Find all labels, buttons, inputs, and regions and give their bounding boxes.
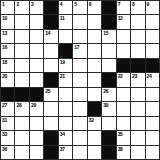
cell-r10c9[interactable]: 35 (117, 131, 130, 144)
cell-r8c5[interactable] (59, 102, 72, 115)
cell-r3c8[interactable]: 15 (102, 30, 115, 43)
cell-r11c10[interactable] (131, 146, 144, 159)
clue-number-8: 8 (132, 1, 134, 7)
cell-r9c11[interactable] (146, 117, 159, 130)
cell-r5c8[interactable] (102, 59, 115, 72)
cell-r5c6[interactable] (73, 59, 86, 72)
clue-number-18: 18 (2, 59, 7, 65)
clue-number-5: 5 (74, 1, 76, 7)
cell-r4c7[interactable] (88, 44, 101, 57)
black-cell-r10c8 (102, 131, 115, 144)
crossword-board: 1234567891011121314151617181920212223242… (0, 0, 160, 160)
cell-r3c4[interactable]: 14 (44, 30, 57, 43)
clue-number-27: 27 (2, 102, 7, 108)
clue-number-24: 24 (147, 73, 152, 79)
clue-number-17: 17 (74, 44, 79, 50)
cell-r2c1[interactable]: 10 (1, 15, 14, 28)
cell-r5c5[interactable]: 19 (59, 59, 72, 72)
clue-number-7: 7 (118, 1, 120, 7)
cell-r2c2[interactable] (15, 15, 28, 28)
cell-r8c9[interactable] (117, 102, 130, 115)
clue-number-2: 2 (16, 1, 18, 7)
cell-r10c1[interactable]: 33 (1, 131, 14, 144)
clue-number-4: 4 (60, 1, 62, 7)
clue-number-28: 28 (16, 102, 21, 108)
cell-r8c3[interactable]: 29 (30, 102, 43, 115)
cell-r5c1[interactable]: 18 (1, 59, 14, 72)
clue-number-13: 13 (2, 30, 7, 36)
cell-r11c7[interactable] (88, 146, 101, 159)
clue-number-21: 21 (60, 73, 65, 79)
cell-r6c1[interactable]: 20 (1, 73, 14, 86)
black-cell-r11c8 (102, 146, 115, 159)
black-cell-r11c4 (44, 146, 57, 159)
black-cell-r1c8 (102, 1, 115, 14)
cell-r7c8[interactable]: 26 (102, 88, 115, 101)
cell-r1c1[interactable]: 1 (1, 1, 14, 14)
clue-number-11: 11 (60, 15, 65, 21)
cell-r3c2[interactable] (15, 30, 28, 43)
cell-r3c6[interactable] (73, 30, 86, 43)
clue-number-6: 6 (89, 1, 91, 7)
cell-r7c10[interactable] (131, 88, 144, 101)
cell-r9c4[interactable] (44, 117, 57, 130)
cell-r6c10[interactable]: 23 (131, 73, 144, 86)
cell-r10c5[interactable]: 34 (59, 131, 72, 144)
cell-r6c9[interactable]: 22 (117, 73, 130, 86)
clue-number-32: 32 (89, 117, 94, 123)
cell-r9c10[interactable] (131, 117, 144, 130)
cell-r11c1[interactable]: 36 (1, 146, 14, 159)
cell-r1c7[interactable]: 6 (88, 1, 101, 14)
clue-number-16: 16 (2, 44, 7, 50)
cell-r2c10[interactable] (131, 15, 144, 28)
black-cell-r6c4 (44, 73, 57, 86)
clue-number-35: 35 (118, 131, 123, 137)
cell-r3c7[interactable] (88, 30, 101, 43)
clue-number-3: 3 (31, 1, 33, 7)
clue-number-15: 15 (103, 30, 108, 36)
cell-r1c3[interactable]: 3 (30, 1, 43, 14)
black-cell-r6c8 (102, 73, 115, 86)
cell-r9c8[interactable] (102, 117, 115, 130)
clue-number-29: 29 (31, 102, 36, 108)
cell-r4c1[interactable]: 16 (1, 44, 14, 57)
cell-r1c5[interactable]: 4 (59, 1, 72, 14)
cell-r7c11[interactable] (146, 88, 159, 101)
cell-r2c3[interactable] (30, 15, 43, 28)
cell-r10c2[interactable] (15, 131, 28, 144)
cell-r10c6[interactable] (73, 131, 86, 144)
cell-r5c4[interactable] (44, 59, 57, 72)
black-cell-r2c8 (102, 15, 115, 28)
cell-r9c3[interactable] (30, 117, 43, 130)
clue-number-36: 36 (2, 146, 7, 152)
cell-r11c9[interactable]: 38 (117, 146, 130, 159)
cell-r2c9[interactable]: 12 (117, 15, 130, 28)
clue-number-20: 20 (2, 73, 7, 79)
cell-r4c9[interactable] (117, 44, 130, 57)
cell-r8c4[interactable] (44, 102, 57, 115)
cell-r11c5[interactable]: 37 (59, 146, 72, 159)
black-cell-r10c4 (44, 131, 57, 144)
cell-r6c3[interactable] (30, 73, 43, 86)
black-cell-r5c10 (131, 59, 144, 72)
clue-number-10: 10 (2, 15, 7, 21)
cell-r9c5[interactable] (59, 117, 72, 130)
black-cell-r1c4 (44, 1, 57, 14)
clue-number-1: 1 (2, 1, 4, 7)
cell-r4c3[interactable] (30, 44, 43, 57)
clue-number-38: 38 (118, 146, 123, 152)
cell-r4c8[interactable] (102, 44, 115, 57)
cell-r1c10[interactable]: 8 (131, 1, 144, 14)
black-cell-r8c7 (88, 102, 101, 115)
cell-r8c8[interactable]: 30 (102, 102, 115, 115)
black-cell-r5c9 (117, 59, 130, 72)
cell-r2c6[interactable] (73, 15, 86, 28)
cell-r1c2[interactable]: 2 (15, 1, 28, 14)
cell-r11c6[interactable] (73, 146, 86, 159)
black-cell-r5c11 (146, 59, 159, 72)
clue-number-25: 25 (45, 88, 50, 94)
clue-number-31: 31 (2, 117, 7, 123)
cell-r8c1[interactable]: 27 (1, 102, 14, 115)
cell-r2c5[interactable]: 11 (59, 15, 72, 28)
clue-number-34: 34 (60, 131, 65, 137)
cell-r11c3[interactable] (30, 146, 43, 159)
cell-r7c7[interactable] (88, 88, 101, 101)
cell-r9c6[interactable] (73, 117, 86, 130)
cell-r9c9[interactable] (117, 117, 130, 130)
cell-r9c1[interactable]: 31 (1, 117, 14, 130)
cell-r10c11[interactable] (146, 131, 159, 144)
cell-r7c4[interactable]: 25 (44, 88, 57, 101)
black-cell-r7c2 (15, 88, 28, 101)
cell-r3c10[interactable] (131, 30, 144, 43)
clue-number-37: 37 (60, 146, 65, 152)
clue-number-33: 33 (2, 131, 7, 137)
cell-r10c3[interactable] (30, 131, 43, 144)
cell-r11c2[interactable] (15, 146, 28, 159)
black-cell-r7c1 (1, 88, 14, 101)
cell-r3c9[interactable] (117, 30, 130, 43)
cell-r10c7[interactable] (88, 131, 101, 144)
cell-r2c11[interactable] (146, 15, 159, 28)
cell-r9c2[interactable] (15, 117, 28, 130)
cell-r4c2[interactable] (15, 44, 28, 57)
cell-r10c10[interactable] (131, 131, 144, 144)
clue-number-19: 19 (60, 59, 65, 65)
cell-r6c11[interactable]: 24 (146, 73, 159, 86)
black-cell-r2c4 (44, 15, 57, 28)
cell-r6c7[interactable] (88, 73, 101, 86)
cell-r5c7[interactable] (88, 59, 101, 72)
clue-number-26: 26 (103, 88, 108, 94)
clue-number-12: 12 (118, 15, 123, 21)
cell-r4c11[interactable] (146, 44, 159, 57)
cell-r5c3[interactable] (30, 59, 43, 72)
cell-r7c6[interactable] (73, 88, 86, 101)
cell-r4c4[interactable] (44, 44, 57, 57)
cell-r1c11[interactable]: 9 (146, 1, 159, 14)
cell-r6c6[interactable] (73, 73, 86, 86)
cell-r5c2[interactable] (15, 59, 28, 72)
clue-number-22: 22 (118, 73, 123, 79)
clue-number-14: 14 (45, 30, 50, 36)
cell-r7c5[interactable] (59, 88, 72, 101)
cell-r4c6[interactable]: 17 (73, 44, 86, 57)
black-cell-r7c3 (30, 88, 43, 101)
cell-r3c1[interactable]: 13 (1, 30, 14, 43)
cell-r8c2[interactable]: 28 (15, 102, 28, 115)
cell-r3c11[interactable] (146, 30, 159, 43)
black-cell-r4c5 (59, 44, 72, 57)
cell-r1c9[interactable]: 7 (117, 1, 130, 14)
cell-r8c6[interactable] (73, 102, 86, 115)
cell-r2c7[interactable] (88, 15, 101, 28)
cell-r6c2[interactable] (15, 73, 28, 86)
cell-r11c11[interactable] (146, 146, 159, 159)
cell-r7c9[interactable] (117, 88, 130, 101)
cell-r3c3[interactable] (30, 30, 43, 43)
cell-r8c10[interactable] (131, 102, 144, 115)
clue-number-23: 23 (132, 73, 137, 79)
clue-number-30: 30 (103, 102, 108, 108)
cell-r8c11[interactable] (146, 102, 159, 115)
clue-number-9: 9 (147, 1, 149, 7)
cell-r1c6[interactable]: 5 (73, 1, 86, 14)
cell-r3c5[interactable] (59, 30, 72, 43)
cell-r9c7[interactable]: 32 (88, 117, 101, 130)
cell-r6c5[interactable]: 21 (59, 73, 72, 86)
cell-r4c10[interactable] (131, 44, 144, 57)
